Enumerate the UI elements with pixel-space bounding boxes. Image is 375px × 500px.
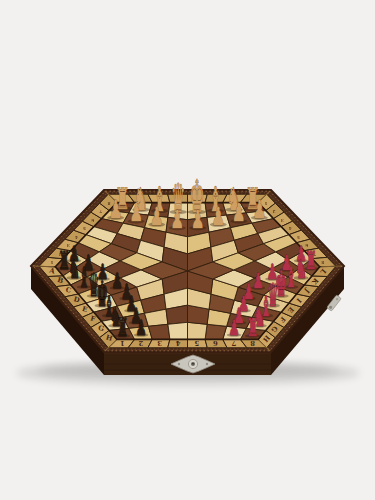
natural-wood-pawn[interactable]: ♟ <box>170 205 184 234</box>
product-photo: 12345678HGFEIJKL12345678ABCDEFGH12345678… <box>0 0 375 500</box>
coordinate-label: 2 <box>273 209 276 214</box>
natural-wood-pawn[interactable]: ♟ <box>191 205 205 234</box>
natural-wood-pawn[interactable]: ♟ <box>252 195 266 224</box>
coordinate-label: 3 <box>281 218 284 223</box>
coordinate-label: 5 <box>83 226 86 231</box>
three-player-chess-board: 12345678HGFEIJKL12345678ABCDEFGH12345678… <box>0 0 375 500</box>
board-cell[interactable] <box>148 324 170 339</box>
coordinate-label: 6 <box>213 339 218 347</box>
coordinate-label: 2 <box>138 339 143 347</box>
red-rook[interactable]: ♜ <box>246 312 258 342</box>
coordinate-label: 5 <box>194 339 199 347</box>
coordinate-label: 3 <box>157 339 162 347</box>
coordinate-label: 5 <box>297 235 300 240</box>
red-pawn[interactable]: ♟ <box>228 316 240 340</box>
natural-wood-pawn[interactable]: ♟ <box>129 198 143 227</box>
coordinate-label: 4 <box>75 235 78 240</box>
board-cell[interactable] <box>188 322 208 339</box>
coordinate-label: 1 <box>51 260 54 265</box>
coordinate-label: 4 <box>289 226 292 231</box>
coordinate-label: 7 <box>231 339 236 347</box>
coordinate-label: 4 <box>176 339 181 347</box>
corner-inlay <box>321 266 342 267</box>
natural-wood-pawn[interactable]: ♟ <box>109 195 123 224</box>
board-cell[interactable] <box>205 324 227 339</box>
corner-inlay <box>33 266 54 267</box>
dark-walnut-pawn[interactable]: ♟ <box>135 316 147 340</box>
natural-wood-pawn[interactable]: ♟ <box>211 202 225 231</box>
board-cell[interactable] <box>168 322 188 339</box>
coordinate-label: 7 <box>99 209 102 214</box>
coordinate-label: 6 <box>91 218 94 223</box>
natural-wood-pawn[interactable]: ♟ <box>150 202 164 231</box>
coordinate-label: 8 <box>321 260 324 265</box>
natural-wood-pawn[interactable]: ♟ <box>232 198 246 227</box>
dark-walnut-rook[interactable]: ♜ <box>116 312 128 342</box>
